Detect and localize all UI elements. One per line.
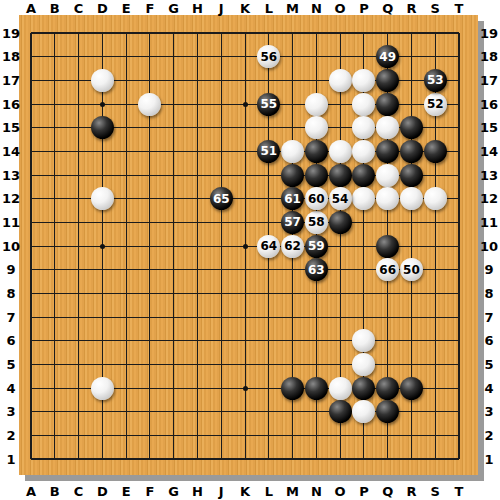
stone-N15 — [305, 116, 328, 139]
stone-N13 — [305, 164, 328, 187]
stone-R15 — [400, 116, 423, 139]
stone-M13 — [281, 164, 304, 187]
stone-F16 — [138, 93, 161, 116]
move-65-stone-J12: 65 — [210, 187, 233, 210]
stone-Q16 — [376, 93, 399, 116]
move-49-stone-Q18: 49 — [376, 45, 399, 68]
stone-O13 — [329, 164, 352, 187]
grid-line-horizontal — [31, 293, 459, 294]
move-number-label: 55 — [260, 98, 277, 110]
coord-label-bottom-D: D — [91, 484, 113, 499]
coord-label-bottom-M: M — [282, 484, 304, 499]
coord-label-top-M: M — [282, 1, 304, 16]
coord-label-left-18: 18 — [0, 49, 22, 64]
coord-label-right-15: 15 — [478, 120, 500, 135]
coord-label-bottom-R: R — [400, 484, 422, 499]
stone-P17 — [352, 69, 375, 92]
stone-R14 — [400, 140, 423, 163]
move-number-label: 52 — [427, 98, 444, 110]
move-57-stone-M11: 57 — [281, 211, 304, 234]
stone-P14 — [352, 140, 375, 163]
stone-O17 — [329, 69, 352, 92]
move-number-label: 51 — [260, 145, 277, 157]
move-63-stone-N9: 63 — [305, 258, 328, 281]
coord-label-right-13: 13 — [478, 168, 500, 183]
star-point-K16 — [243, 102, 248, 107]
goban: 495051525354555657585960616263646566 — [19, 15, 478, 475]
stone-D4 — [91, 377, 114, 400]
stone-M4 — [281, 377, 304, 400]
coord-label-right-4: 4 — [478, 381, 500, 396]
move-number-label: 58 — [308, 216, 325, 228]
coord-label-top-B: B — [44, 1, 66, 16]
move-59-stone-N10: 59 — [305, 235, 328, 258]
coord-label-left-7: 7 — [0, 310, 22, 325]
coord-label-left-16: 16 — [0, 97, 22, 112]
coord-label-right-3: 3 — [478, 404, 500, 419]
coord-label-top-P: P — [353, 1, 375, 16]
stone-R4 — [400, 377, 423, 400]
coord-label-right-2: 2 — [478, 428, 500, 443]
move-53-stone-S17: 53 — [424, 69, 447, 92]
coord-label-right-1: 1 — [478, 452, 500, 467]
coord-label-right-16: 16 — [478, 97, 500, 112]
stone-N4 — [305, 377, 328, 400]
stone-N14 — [305, 140, 328, 163]
coord-label-top-H: H — [186, 1, 208, 16]
coord-label-right-10: 10 — [478, 239, 500, 254]
coord-label-bottom-Q: Q — [377, 484, 399, 499]
move-number-label: 62 — [284, 240, 301, 252]
coord-label-left-12: 12 — [0, 191, 22, 206]
coord-label-top-G: G — [163, 1, 185, 16]
coord-label-bottom-S: S — [424, 484, 446, 499]
coord-label-top-O: O — [329, 1, 351, 16]
grid-line-horizontal — [31, 435, 459, 436]
coord-label-top-N: N — [305, 1, 327, 16]
move-54-stone-O12: 54 — [329, 187, 352, 210]
stone-Q3 — [376, 400, 399, 423]
coord-label-left-4: 4 — [0, 381, 22, 396]
grid-line-horizontal — [31, 317, 459, 318]
coord-label-left-3: 3 — [0, 404, 22, 419]
move-number-label: 56 — [260, 51, 277, 63]
stone-O11 — [329, 211, 352, 234]
coord-label-right-7: 7 — [478, 310, 500, 325]
stone-Q10 — [376, 235, 399, 258]
coord-label-top-F: F — [139, 1, 161, 16]
coord-label-bottom-E: E — [115, 484, 137, 499]
move-55-stone-L16: 55 — [257, 93, 280, 116]
stone-S12 — [424, 187, 447, 210]
stone-Q12 — [376, 187, 399, 210]
coord-label-bottom-O: O — [329, 484, 351, 499]
stone-P3 — [352, 400, 375, 423]
stone-P4 — [352, 377, 375, 400]
stone-P5 — [352, 353, 375, 376]
grid-line-vertical — [458, 33, 460, 459]
move-52-stone-S16: 52 — [424, 93, 447, 116]
coord-label-top-L: L — [258, 1, 280, 16]
move-50-stone-R9: 50 — [400, 258, 423, 281]
coord-label-right-11: 11 — [478, 215, 500, 230]
stone-N16 — [305, 93, 328, 116]
coord-label-top-R: R — [400, 1, 422, 16]
coord-label-left-10: 10 — [0, 239, 22, 254]
move-62-stone-M10: 62 — [281, 235, 304, 258]
coord-label-top-Q: Q — [377, 1, 399, 16]
move-64-stone-L10: 64 — [257, 235, 280, 258]
coord-label-left-9: 9 — [0, 262, 22, 277]
stone-D17 — [91, 69, 114, 92]
stone-P16 — [352, 93, 375, 116]
stone-Q4 — [376, 377, 399, 400]
star-point-K10 — [243, 244, 248, 249]
coord-label-left-2: 2 — [0, 428, 22, 443]
move-number-label: 54 — [332, 193, 349, 205]
coord-label-left-11: 11 — [0, 215, 22, 230]
move-number-label: 59 — [308, 240, 325, 252]
coord-label-right-12: 12 — [478, 191, 500, 206]
move-51-stone-L14: 51 — [257, 140, 280, 163]
grid-line-horizontal — [31, 458, 459, 460]
move-number-label: 50 — [403, 264, 420, 276]
coord-label-bottom-H: H — [186, 484, 208, 499]
coord-label-top-E: E — [115, 1, 137, 16]
coord-label-right-9: 9 — [478, 262, 500, 277]
coord-label-bottom-L: L — [258, 484, 280, 499]
coord-label-right-19: 19 — [478, 26, 500, 41]
stone-Q15 — [376, 116, 399, 139]
coord-label-bottom-J: J — [210, 484, 232, 499]
move-number-label: 49 — [379, 51, 396, 63]
stone-Q17 — [376, 69, 399, 92]
star-point-D16 — [100, 102, 105, 107]
coord-label-top-T: T — [448, 1, 470, 16]
coord-label-right-5: 5 — [478, 357, 500, 372]
coord-label-left-1: 1 — [0, 452, 22, 467]
stone-P15 — [352, 116, 375, 139]
coord-label-top-K: K — [234, 1, 256, 16]
stone-D12 — [91, 187, 114, 210]
coord-label-bottom-T: T — [448, 484, 470, 499]
stone-Q14 — [376, 140, 399, 163]
coord-label-top-S: S — [424, 1, 446, 16]
coord-label-left-5: 5 — [0, 357, 22, 372]
stone-M14 — [281, 140, 304, 163]
stone-O3 — [329, 400, 352, 423]
stone-P12 — [352, 187, 375, 210]
move-number-label: 57 — [284, 216, 301, 228]
move-58-stone-N11: 58 — [305, 211, 328, 234]
coord-label-left-14: 14 — [0, 144, 22, 159]
move-number-label: 60 — [308, 193, 325, 205]
coord-label-top-D: D — [91, 1, 113, 16]
coord-label-bottom-P: P — [353, 484, 375, 499]
stone-P6 — [352, 329, 375, 352]
stone-O4 — [329, 377, 352, 400]
stone-D15 — [91, 116, 114, 139]
move-66-stone-Q9: 66 — [376, 258, 399, 281]
grid-line-horizontal — [31, 364, 459, 365]
coord-label-left-17: 17 — [0, 73, 22, 88]
move-number-label: 53 — [427, 74, 444, 86]
coord-label-right-8: 8 — [478, 286, 500, 301]
coord-label-bottom-F: F — [139, 484, 161, 499]
move-56-stone-L18: 56 — [257, 45, 280, 68]
stone-Q13 — [376, 164, 399, 187]
move-number-label: 66 — [379, 264, 396, 276]
stone-R12 — [400, 187, 423, 210]
move-number-label: 61 — [284, 193, 301, 205]
coord-label-right-18: 18 — [478, 49, 500, 64]
coord-label-bottom-C: C — [68, 484, 90, 499]
move-60-stone-N12: 60 — [305, 187, 328, 210]
coord-label-top-C: C — [68, 1, 90, 16]
coord-label-left-13: 13 — [0, 168, 22, 183]
move-61-stone-M12: 61 — [281, 187, 304, 210]
coord-label-bottom-K: K — [234, 484, 256, 499]
coord-label-bottom-A: A — [20, 484, 42, 499]
move-number-label: 64 — [260, 240, 277, 252]
stone-R13 — [400, 164, 423, 187]
coord-label-top-J: J — [210, 1, 232, 16]
coord-label-right-6: 6 — [478, 333, 500, 348]
stone-S14 — [424, 140, 447, 163]
move-number-label: 65 — [213, 193, 230, 205]
star-point-K4 — [243, 386, 248, 391]
stone-O14 — [329, 140, 352, 163]
go-move-diagram: 495051525354555657585960616263646566 AAB… — [0, 0, 500, 500]
coord-label-right-17: 17 — [478, 73, 500, 88]
grid-line-horizontal — [31, 340, 459, 341]
coord-label-left-15: 15 — [0, 120, 22, 135]
coord-label-bottom-B: B — [44, 484, 66, 499]
coord-label-left-19: 19 — [0, 26, 22, 41]
coord-label-right-14: 14 — [478, 144, 500, 159]
coord-label-left-6: 6 — [0, 333, 22, 348]
coord-label-bottom-G: G — [163, 484, 185, 499]
coord-label-bottom-N: N — [305, 484, 327, 499]
move-number-label: 63 — [308, 264, 325, 276]
stone-P13 — [352, 164, 375, 187]
star-point-D10 — [100, 244, 105, 249]
coord-label-top-A: A — [20, 1, 42, 16]
coord-label-left-8: 8 — [0, 286, 22, 301]
